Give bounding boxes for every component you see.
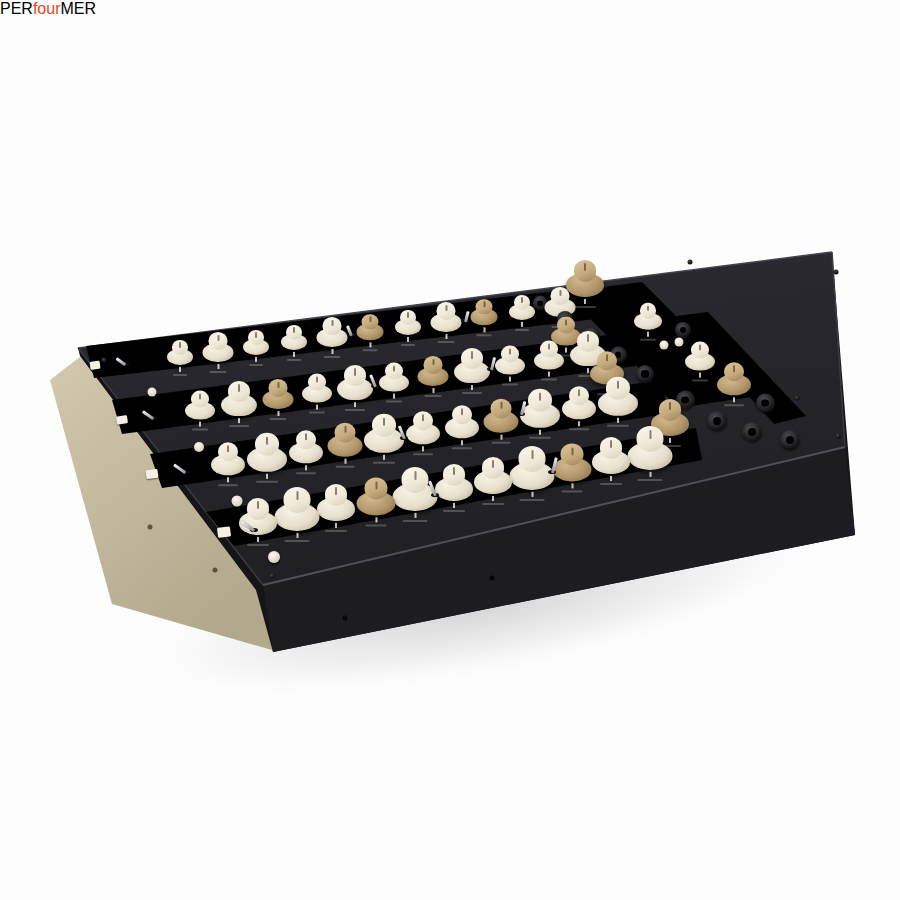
channel-2-knob-4[interactable] [302,374,332,404]
knob-pointer-slot [305,433,307,440]
panel-label-print [443,510,464,512]
jack-socket-5 [636,365,654,383]
channel-1-knob-2[interactable] [203,332,234,363]
channel-4-toggle-2[interactable] [431,476,439,497]
knob-pointer-slot [649,430,651,439]
knob-pointer-slot [393,365,395,371]
channel-2-start-toggle[interactable] [149,402,157,420]
channel-3-knob-8[interactable] [484,399,519,434]
panel-label-print [452,447,471,449]
panel-tick-mark [238,418,240,423]
channel-2-knob-1[interactable] [185,391,215,421]
master-knob-a[interactable] [634,303,662,331]
channel-4-knob-2[interactable] [275,487,320,532]
channel-1-start-toggle[interactable] [121,350,129,366]
master-knob-c[interactable] [717,362,751,396]
panel-label-print [519,499,544,501]
panel-tick-mark [266,474,268,479]
panel-label-print [269,418,286,420]
channel-3-knob-5[interactable] [364,414,404,454]
knob-pointer-slot [647,305,649,311]
panel-tick-mark [296,533,298,538]
channel-1-badge [90,361,101,370]
panel-label-print [724,404,743,406]
knob-pointer-slot [331,320,333,327]
master-button-2[interactable] [675,338,684,347]
panel-label-print [541,378,558,380]
panel-tick-mark [217,364,219,369]
panel-label-print [309,411,326,413]
panel-screw-2 [688,260,693,265]
master-knob-b[interactable] [685,342,715,372]
knob-pointer-slot [617,380,619,388]
panel-tick-mark [649,472,651,477]
knob-pointer-slot [335,487,337,495]
panel-tick-mark [610,476,612,481]
knob-pointer-slot [471,351,473,359]
panel-label-print [284,540,309,542]
panel-label-print [247,544,268,546]
panel-screw-4 [836,434,841,439]
panel-screw-1 [102,358,107,363]
channel-2-knob-6[interactable] [379,363,409,393]
panel-label-print [502,383,519,385]
panel-label-print [515,328,530,330]
channel-1-knob-10[interactable] [509,295,535,321]
panel-label-print [574,306,595,308]
knob-pointer-slot [266,436,268,444]
panel-tick-mark [432,388,434,393]
knob-pointer-slot [610,440,612,448]
panel-tick-mark [199,421,201,426]
panel-tick-mark [316,404,318,409]
panel-tick-mark [407,336,409,341]
panel-tick-mark [257,537,259,542]
channel-1-toggle-2[interactable] [347,321,355,337]
channel-2-knob-5[interactable] [337,365,373,401]
knob-pointer-slot [584,263,586,271]
panel-label-print [637,479,662,481]
front-screw-1 [343,616,348,621]
knob-pointer-slot [492,460,494,468]
channel-4-knob-6[interactable] [435,464,473,502]
knob-pointer-slot [199,393,201,399]
channel-3-badge [145,469,158,480]
channel-2-toggle-2[interactable] [371,370,379,388]
panel-label-print [402,520,427,522]
channel-1-knob-8[interactable] [431,302,462,333]
case-screw-1 [148,525,153,530]
panel-tick-mark [578,421,580,426]
panel-label-print [386,400,403,402]
panel-tick-mark [414,513,416,518]
jack-socket-9 [756,394,775,413]
panel-tick-mark [548,371,550,376]
panel-tick-mark [647,331,649,336]
channel-1-knob-4[interactable] [281,325,307,351]
knob-pointer-slot [500,402,502,409]
knob-pointer-slot [578,389,580,396]
channel-2-button[interactable] [194,442,204,452]
panel-label-print [437,341,454,343]
panel-label-print [209,371,226,373]
channel-3-start-toggle[interactable] [181,455,189,474]
channel-4-knob-4[interactable] [357,477,396,516]
panel-label-print [462,392,482,394]
channel-3-knob-9[interactable] [520,389,560,429]
panel-screw-6 [795,396,800,401]
knob-pointer-slot [422,414,424,421]
panel-label-print [401,343,416,345]
panel-label-print [345,409,365,411]
knob-pointer-slot [414,471,416,480]
knob-pointer-slot [407,312,409,317]
panel-tick-mark [293,351,295,356]
channel-1-knob-6[interactable] [357,314,384,341]
knob-pointer-slot [571,447,573,455]
panel-tick-mark [492,496,494,501]
panel-tick-mark [571,483,573,488]
panel-tick-mark [331,349,333,354]
channel-3-knob-7[interactable] [445,405,479,439]
channel-1-knob-5[interactable] [317,317,348,348]
channel-4-knob-11[interactable] [628,426,673,471]
panel-tick-mark [500,434,502,439]
panel-label-print [491,441,511,443]
panel-tick-mark [453,503,455,508]
panel-label-print [249,363,264,365]
knob-pointer-slot [733,365,735,372]
channel-4-knob-1[interactable] [239,498,277,536]
jack-socket-8 [675,322,691,338]
channel-4-knob-7[interactable] [474,457,512,495]
channel-3-toggle-2[interactable] [400,421,408,440]
channel-3-knob-11[interactable] [598,377,638,417]
channel-1-knob-7[interactable] [395,310,421,336]
panel-tick-mark [344,458,346,463]
channel-4-knob-9[interactable] [553,443,592,482]
panel-label-print [192,428,209,430]
channel-3-knob-3[interactable] [289,430,323,464]
knob-pointer-slot [227,445,229,452]
panel-tick-mark [383,455,385,460]
panel-tick-mark [445,334,447,339]
channel-2-knob-2[interactable] [221,381,257,417]
knob-pointer-slot [669,402,671,410]
panel-tick-mark [565,347,567,352]
panel-label-print [362,349,377,351]
front-screw-2 [490,576,495,581]
panel-label-print [218,484,237,486]
panel-tick-mark [539,430,541,435]
jack-socket-11 [780,430,800,450]
channel-3-knob-4[interactable] [328,423,363,458]
panel-tick-mark [531,492,533,497]
panel-tick-mark [277,411,279,416]
channel-3-knob-10[interactable] [562,386,596,420]
panel-label-print [529,437,551,439]
panel-tick-mark [521,321,523,326]
panel-tick-mark [617,418,619,423]
product-photo: PERfourMER [0,0,900,900]
knob-pointer-slot [369,317,371,323]
panel-label-print [482,503,503,505]
channel-4-button[interactable] [268,551,280,563]
panel-label-print [173,373,188,375]
channel-3-knob-1[interactable] [211,442,245,476]
knob-pointer-slot [559,290,561,297]
toggle-lever [173,464,186,474]
knob-pointer-slot [548,343,550,349]
channel-2-knob-3[interactable] [263,379,294,410]
panel-label-print [424,395,441,397]
knob-pointer-slot [483,302,485,308]
channel-2-toggle-3[interactable] [487,353,495,371]
knob-pointer-slot [453,467,455,475]
panel-label-print [476,334,491,336]
panel-tick-mark [179,366,181,371]
panel-label-print [323,356,340,358]
knob-pointer-slot [277,382,279,389]
panel-tick-mark [305,465,307,470]
jack-socket-10 [742,422,762,442]
channel-1-knob-9[interactable] [471,299,498,326]
panel-tick-mark [587,368,589,373]
panel-label-print [561,490,583,492]
panel-screw-5 [270,574,275,579]
panel-tick-mark [375,517,377,522]
knob-pointer-slot [255,332,257,337]
panel-label-print [640,338,656,340]
panel-screw-3 [834,270,839,275]
panel-label-print [607,425,629,427]
knob-pointer-slot [238,384,240,392]
channel-1-toggle-3[interactable] [461,307,469,323]
panel-label-print [692,379,709,381]
channel-2-knob-10[interactable] [534,341,564,371]
panel-label-print [256,481,278,483]
panel-label-print [365,524,387,526]
knob-pointer-slot [509,348,511,354]
channel-2-knob-7[interactable] [418,356,449,387]
knob-pointer-slot [539,392,541,400]
panel-tick-mark [483,327,485,332]
channel-2-knob-9[interactable] [495,346,525,376]
knob-pointer-slot [606,354,608,361]
panel-tick-mark [354,402,356,407]
panel-label-print [296,472,315,474]
channel-3-knob-2[interactable] [247,433,287,473]
panel-tick-mark [369,342,371,347]
knob-pointer-slot [531,450,533,459]
knob-pointer-slot [587,334,589,342]
knob-pointer-slot [565,319,567,325]
panel-tick-mark [471,385,473,390]
panel-label-print [335,465,355,467]
knob-pointer-slot [344,426,346,433]
panel-label-print [325,530,346,532]
channel-4-start-toggle[interactable] [250,511,258,532]
panel-label-print [413,453,432,455]
channel-3-knob-6[interactable] [406,411,440,445]
channel-2-knob-8[interactable] [454,348,490,384]
case-screw-2 [213,568,218,573]
knob-pointer-slot [461,408,463,415]
knob-pointer-slot [445,305,447,312]
panel-tick-mark [422,446,424,451]
knob-pointer-slot [375,481,377,489]
channel-1-button[interactable] [148,388,157,397]
master-button-1[interactable] [660,341,669,350]
channel-4-knob-10[interactable] [592,437,630,475]
channel-1-knob-1[interactable] [167,340,193,366]
panel-tick-mark [584,299,586,304]
toggle-lever [115,358,125,366]
channel-4-toggle-3[interactable] [548,453,556,474]
channel-4-badge [217,526,231,537]
panel-label-print [373,462,395,464]
knob-pointer-slot [383,417,385,425]
panel-label-print [600,483,621,485]
knob-pointer-slot [296,491,298,500]
panel-tick-mark [699,372,701,377]
panel-label-print [287,358,302,360]
knob-pointer-slot [316,376,318,382]
power-led [0,0,5,5]
jack-socket-7 [707,411,727,431]
knob-pointer-slot [354,368,356,376]
channel-2-badge [116,415,128,425]
knob-pointer-slot [217,335,219,342]
panel-tick-mark [393,393,395,398]
knob-pointer-slot [521,297,523,302]
knob-pointer-slot [179,342,181,347]
knob-pointer-slot [699,344,701,350]
channel-4-knob-3[interactable] [317,484,355,522]
panel-tick-mark [733,397,735,402]
panel-tick-mark [255,356,257,361]
panel-label-print [569,428,588,430]
panel-tick-mark [461,440,463,445]
panel-label-print [229,425,249,427]
panel-tick-mark [335,523,337,528]
knob-pointer-slot [257,501,259,509]
panel-tick-mark [509,376,511,381]
knob-pointer-slot [293,327,295,332]
knob-pointer-slot [432,359,434,366]
panel-tick-mark [227,477,229,482]
channel-1-knob-3[interactable] [243,330,269,356]
